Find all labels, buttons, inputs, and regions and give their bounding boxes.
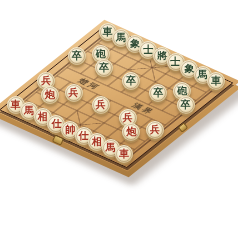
piece-black-soldier[interactable]: 卒 [149, 84, 167, 102]
piece-black-rook[interactable]: 車 [207, 72, 225, 90]
piece-glyph: 卒 [122, 72, 140, 90]
piece-black-soldier[interactable]: 卒 [95, 59, 113, 77]
piece-glyph: 兵 [92, 96, 110, 114]
piece-glyph: 車 [115, 145, 133, 163]
piece-red-soldier[interactable]: 兵 [146, 121, 164, 139]
piece-red-rook[interactable]: 車 [115, 145, 133, 163]
piece-black-soldier[interactable]: 卒 [122, 72, 140, 90]
piece-glyph: 兵 [65, 84, 83, 102]
piece-glyph: 炮 [122, 123, 140, 141]
piece-red-cannon[interactable]: 炮 [41, 86, 59, 104]
piece-black-soldier[interactable]: 卒 [177, 96, 195, 114]
pieces-layer: 車馬象士將士象馬車砲砲卒卒卒卒卒兵兵兵兵兵炮炮車馬相仕帥仕相馬車 [0, 0, 238, 238]
piece-glyph: 卒 [149, 84, 167, 102]
xiangqi-set-photo: 楚河 漢界 車馬象士將士象馬車砲砲卒卒卒卒卒兵兵兵兵兵炮炮車馬相仕帥仕相馬車 [0, 0, 238, 238]
piece-red-soldier[interactable]: 兵 [92, 96, 110, 114]
piece-glyph: 兵 [146, 121, 164, 139]
piece-black-soldier[interactable]: 卒 [68, 47, 86, 65]
piece-glyph: 車 [207, 72, 225, 90]
piece-glyph: 卒 [68, 47, 86, 65]
piece-glyph: 卒 [177, 96, 195, 114]
piece-red-soldier[interactable]: 兵 [65, 84, 83, 102]
piece-glyph: 炮 [41, 86, 59, 104]
piece-glyph: 卒 [95, 59, 113, 77]
piece-red-cannon[interactable]: 炮 [122, 123, 140, 141]
